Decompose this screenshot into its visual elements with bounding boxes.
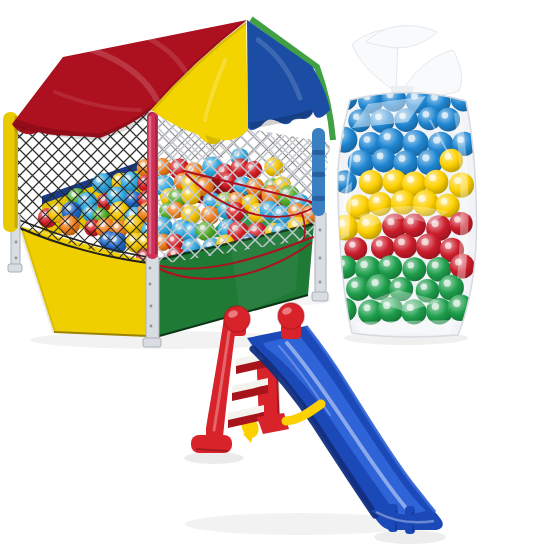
post-foot-left (8, 264, 22, 272)
ball (333, 255, 356, 278)
ladder-knob-left (224, 306, 250, 332)
ball-highlight (377, 153, 384, 160)
ball (393, 234, 417, 258)
ball-highlight (364, 136, 371, 143)
corner-post-front (146, 256, 159, 342)
ball-highlight (445, 242, 452, 249)
ball-highlight (337, 89, 344, 96)
bag-knot (352, 26, 461, 103)
post-foot-front (143, 338, 161, 347)
ball-highlight (421, 283, 428, 290)
ball-highlight (364, 304, 371, 311)
ball-highlight (396, 195, 403, 202)
ball-highlight (422, 154, 429, 161)
ball-bag (331, 26, 477, 345)
ball-highlight (376, 240, 383, 247)
ball-highlight (399, 155, 406, 162)
post-foot-right (312, 292, 328, 301)
slide-knob-right (278, 303, 304, 329)
ball (402, 257, 426, 281)
ball-highlight (408, 135, 415, 142)
ball-highlight (339, 175, 345, 181)
ball-highlight (364, 175, 371, 182)
ball-highlight (338, 302, 345, 309)
knot-top (366, 26, 437, 48)
ball-highlight (371, 279, 378, 286)
ball-highlight (418, 195, 425, 202)
ball-highlight (441, 198, 448, 205)
ball-highlight (373, 197, 380, 204)
ladder (191, 306, 289, 453)
ball-highlight (383, 260, 390, 267)
ball (333, 298, 357, 322)
ball-pit (3, 19, 333, 349)
ball-highlight (351, 281, 358, 288)
ball (331, 84, 357, 110)
ball-highlight (454, 216, 461, 223)
ball-highlight (353, 155, 360, 162)
ball-highlight (360, 261, 367, 268)
ball-highlight (429, 174, 436, 181)
ball-highlight (407, 262, 414, 269)
ball-highlight (407, 176, 414, 183)
ball-highlight (398, 239, 405, 246)
ball-highlight (432, 303, 439, 310)
ball-highlight (453, 300, 460, 307)
ball-highlight (444, 280, 451, 287)
ball-highlight (423, 111, 430, 118)
ball-highlight (351, 199, 358, 206)
ball-highlight (422, 238, 429, 245)
product-photo (0, 0, 560, 560)
ball-highlight (432, 262, 439, 269)
ball (447, 295, 473, 321)
ball (372, 148, 396, 172)
ball-highlight (384, 133, 391, 140)
ball (416, 234, 442, 260)
ball-highlight (394, 281, 401, 288)
ball-highlight (349, 241, 355, 247)
ball (359, 170, 383, 194)
ladder-foot-shadow (184, 452, 244, 464)
slide-sheen-1 (287, 343, 406, 508)
ball-highlight (442, 112, 449, 119)
ball-highlight (388, 174, 395, 181)
